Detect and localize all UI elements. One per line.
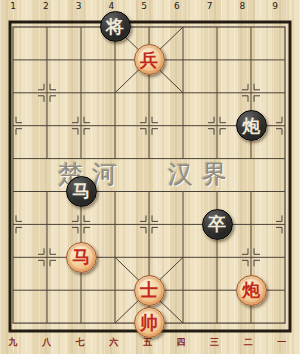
black-soldier[interactable]: 卒 <box>202 209 233 240</box>
red-cannon[interactable]: 炮 <box>236 275 267 306</box>
black-horse[interactable]: 马 <box>66 176 97 207</box>
piece-grid: 将兵炮马卒马士炮帅 <box>0 11 300 340</box>
red-advisor[interactable]: 士 <box>134 275 165 306</box>
red-general[interactable]: 帅 <box>134 307 165 338</box>
black-cannon[interactable]: 炮 <box>236 110 267 141</box>
red-soldier[interactable]: 兵 <box>134 44 165 75</box>
black-general[interactable]: 将 <box>100 11 131 42</box>
xiangqi-board-widget: 123456789 九八七六五四三二一 楚河 汉界 将兵炮马卒马士炮帅 <box>0 0 300 354</box>
red-horse[interactable]: 马 <box>66 242 97 273</box>
